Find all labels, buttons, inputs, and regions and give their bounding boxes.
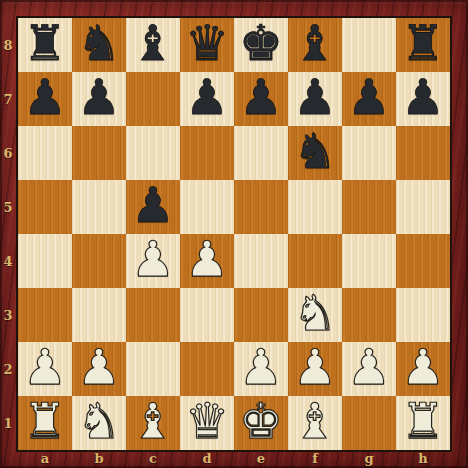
black-pawn-icon[interactable]: ♟ [293, 72, 337, 125]
square-h8[interactable]: ♜ [396, 18, 450, 72]
square-c1[interactable]: ♝ [126, 396, 180, 450]
square-d2[interactable] [180, 342, 234, 396]
rank-label-5: 5 [0, 180, 16, 234]
rank-label-2: 2 [0, 342, 16, 396]
black-bishop-icon[interactable]: ♝ [293, 18, 337, 71]
board-frame: 87654321 abcdefgh ♜♞♝♛♚♝♜♟♟♟♟♟♟♟♞♟♟♟♞♟♟♟… [0, 0, 468, 468]
square-b3[interactable] [72, 288, 126, 342]
square-g1[interactable] [342, 396, 396, 450]
square-g3[interactable] [342, 288, 396, 342]
white-queen-icon[interactable]: ♛ [185, 396, 229, 449]
chess-board: ♜♞♝♛♚♝♜♟♟♟♟♟♟♟♞♟♟♟♞♟♟♟♟♟♟♜♞♝♛♚♝♜ [16, 16, 452, 452]
rank-label-1: 1 [0, 396, 16, 450]
square-e5[interactable] [234, 180, 288, 234]
square-f1[interactable]: ♝ [288, 396, 342, 450]
square-a1[interactable]: ♜ [18, 396, 72, 450]
square-b7[interactable]: ♟ [72, 72, 126, 126]
square-c2[interactable] [126, 342, 180, 396]
square-c4[interactable]: ♟ [126, 234, 180, 288]
black-pawn-icon[interactable]: ♟ [23, 72, 67, 125]
black-rook-icon[interactable]: ♜ [23, 18, 67, 71]
square-a2[interactable]: ♟ [18, 342, 72, 396]
square-a3[interactable] [18, 288, 72, 342]
white-pawn-icon[interactable]: ♟ [401, 342, 445, 395]
square-e1[interactable]: ♚ [234, 396, 288, 450]
black-pawn-icon[interactable]: ♟ [401, 72, 445, 125]
square-g5[interactable] [342, 180, 396, 234]
square-d7[interactable]: ♟ [180, 72, 234, 126]
file-labels: abcdefgh [18, 450, 450, 468]
rank-label-3: 3 [0, 288, 16, 342]
white-rook-icon[interactable]: ♜ [401, 396, 445, 449]
square-b8[interactable]: ♞ [72, 18, 126, 72]
square-h6[interactable] [396, 126, 450, 180]
white-bishop-icon[interactable]: ♝ [293, 396, 337, 449]
square-b5[interactable] [72, 180, 126, 234]
square-h5[interactable] [396, 180, 450, 234]
square-d3[interactable] [180, 288, 234, 342]
square-h7[interactable]: ♟ [396, 72, 450, 126]
square-a8[interactable]: ♜ [18, 18, 72, 72]
white-rook-icon[interactable]: ♜ [23, 396, 67, 449]
square-d1[interactable]: ♛ [180, 396, 234, 450]
black-pawn-icon[interactable]: ♟ [131, 180, 175, 233]
white-pawn-icon[interactable]: ♟ [131, 234, 175, 287]
square-b2[interactable]: ♟ [72, 342, 126, 396]
square-f3[interactable]: ♞ [288, 288, 342, 342]
square-f8[interactable]: ♝ [288, 18, 342, 72]
square-e8[interactable]: ♚ [234, 18, 288, 72]
black-knight-icon[interactable]: ♞ [293, 126, 337, 179]
square-a6[interactable] [18, 126, 72, 180]
rank-label-7: 7 [0, 72, 16, 126]
square-d8[interactable]: ♛ [180, 18, 234, 72]
white-knight-icon[interactable]: ♞ [293, 288, 337, 341]
square-g4[interactable] [342, 234, 396, 288]
square-a5[interactable] [18, 180, 72, 234]
black-king-icon[interactable]: ♚ [239, 18, 283, 71]
white-pawn-icon[interactable]: ♟ [185, 234, 229, 287]
file-label-h: h [396, 450, 450, 468]
square-b4[interactable] [72, 234, 126, 288]
square-d5[interactable] [180, 180, 234, 234]
square-e4[interactable] [234, 234, 288, 288]
black-pawn-icon[interactable]: ♟ [239, 72, 283, 125]
white-pawn-icon[interactable]: ♟ [23, 342, 67, 395]
white-pawn-icon[interactable]: ♟ [239, 342, 283, 395]
file-label-b: b [72, 450, 126, 468]
square-f4[interactable] [288, 234, 342, 288]
square-g2[interactable]: ♟ [342, 342, 396, 396]
black-pawn-icon[interactable]: ♟ [347, 72, 391, 125]
white-pawn-icon[interactable]: ♟ [347, 342, 391, 395]
square-f5[interactable] [288, 180, 342, 234]
square-e6[interactable] [234, 126, 288, 180]
file-label-a: a [18, 450, 72, 468]
black-pawn-icon[interactable]: ♟ [185, 72, 229, 125]
square-c8[interactable]: ♝ [126, 18, 180, 72]
black-rook-icon[interactable]: ♜ [401, 18, 445, 71]
file-label-e: e [234, 450, 288, 468]
square-h1[interactable]: ♜ [396, 396, 450, 450]
square-b6[interactable] [72, 126, 126, 180]
white-bishop-icon[interactable]: ♝ [131, 396, 175, 449]
black-pawn-icon[interactable]: ♟ [77, 72, 121, 125]
white-knight-icon[interactable]: ♞ [77, 396, 121, 449]
square-b1[interactable]: ♞ [72, 396, 126, 450]
square-g7[interactable]: ♟ [342, 72, 396, 126]
square-d6[interactable] [180, 126, 234, 180]
white-king-icon[interactable]: ♚ [239, 396, 283, 449]
rank-label-4: 4 [0, 234, 16, 288]
square-g8[interactable] [342, 18, 396, 72]
square-h2[interactable]: ♟ [396, 342, 450, 396]
square-c3[interactable] [126, 288, 180, 342]
black-queen-icon[interactable]: ♛ [185, 18, 229, 71]
black-bishop-icon[interactable]: ♝ [131, 18, 175, 71]
file-label-f: f [288, 450, 342, 468]
black-knight-icon[interactable]: ♞ [77, 18, 121, 71]
square-e3[interactable] [234, 288, 288, 342]
rank-labels: 87654321 [0, 18, 16, 450]
square-h3[interactable] [396, 288, 450, 342]
white-pawn-icon[interactable]: ♟ [293, 342, 337, 395]
file-label-d: d [180, 450, 234, 468]
square-a4[interactable] [18, 234, 72, 288]
square-f6[interactable]: ♞ [288, 126, 342, 180]
rank-label-8: 8 [0, 18, 16, 72]
square-d4[interactable]: ♟ [180, 234, 234, 288]
white-pawn-icon[interactable]: ♟ [77, 342, 121, 395]
file-label-g: g [342, 450, 396, 468]
square-c6[interactable] [126, 126, 180, 180]
square-c5[interactable]: ♟ [126, 180, 180, 234]
square-h4[interactable] [396, 234, 450, 288]
square-f2[interactable]: ♟ [288, 342, 342, 396]
file-label-c: c [126, 450, 180, 468]
square-f7[interactable]: ♟ [288, 72, 342, 126]
square-g6[interactable] [342, 126, 396, 180]
rank-label-6: 6 [0, 126, 16, 180]
square-e7[interactable]: ♟ [234, 72, 288, 126]
square-a7[interactable]: ♟ [18, 72, 72, 126]
square-c7[interactable] [126, 72, 180, 126]
square-e2[interactable]: ♟ [234, 342, 288, 396]
